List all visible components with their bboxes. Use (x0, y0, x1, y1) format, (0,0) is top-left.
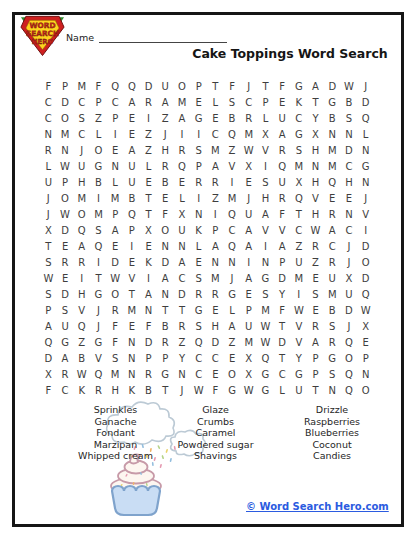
grid-cell: I (224, 174, 241, 190)
grid-cell: E (190, 255, 207, 271)
grid-cell: M (107, 190, 124, 206)
grid-cell: Q (341, 367, 358, 383)
grid-cell: Z (140, 126, 157, 142)
grid-cell: Z (157, 110, 174, 126)
grid-cell: O (357, 255, 374, 271)
grid-cell: P (190, 158, 207, 174)
grid-cell: E (124, 255, 141, 271)
grid-cell: C (274, 367, 291, 383)
footer-copyright-link[interactable]: © Word Search Hero.com (246, 501, 389, 512)
grid-cell: R (57, 255, 74, 271)
grid-cell: V (73, 303, 90, 319)
grid-cell: N (341, 206, 358, 222)
grid-cell: I (291, 287, 308, 303)
grid-cell: D (57, 287, 74, 303)
grid-cell: Q (107, 78, 124, 94)
grid-cell: I (73, 271, 90, 287)
grid-cell: G (224, 383, 241, 399)
grid-cell: P (90, 94, 107, 110)
grid-cell: E (107, 142, 124, 158)
grid-cell: R (174, 142, 191, 158)
grid-cell: Q (357, 287, 374, 303)
grid-cell: I (190, 126, 207, 142)
grid-cell: C (57, 383, 74, 399)
grid-cell: P (274, 255, 291, 271)
grid-cell: D (341, 303, 358, 319)
grid-cell: D (174, 287, 191, 303)
grid-cell: J (341, 319, 358, 335)
grid-cell: F (274, 303, 291, 319)
grid-cell: R (140, 367, 157, 383)
grid-cell: G (90, 158, 107, 174)
grid-cell: Q (90, 367, 107, 383)
grid-cell: Q (174, 158, 191, 174)
grid-cell: S (40, 255, 57, 271)
grid-cell: B (224, 110, 241, 126)
grid-cell: W (240, 142, 257, 158)
grid-cell: P (257, 94, 274, 110)
grid-cell: S (73, 110, 90, 126)
grid-cell: F (274, 78, 291, 94)
grid-cell: G (257, 367, 274, 383)
grid-cell: C (73, 94, 90, 110)
grid-cell: P (207, 222, 224, 238)
grid-cell: T (291, 206, 308, 222)
grid-cell: D (140, 78, 157, 94)
grid-cell: J (40, 190, 57, 206)
grid-cell: N (207, 255, 224, 271)
grid-cell: N (124, 335, 141, 351)
grid-cell: A (274, 126, 291, 142)
grid-cell: J (357, 190, 374, 206)
grid-cell: R (324, 335, 341, 351)
name-blank-line (99, 32, 227, 43)
grid-cell: O (57, 190, 74, 206)
grid-cell: L (40, 158, 57, 174)
grid-cell: C (190, 351, 207, 367)
grid-cell: Q (73, 222, 90, 238)
grid-cell: W (240, 383, 257, 399)
grid-cell: E (207, 367, 224, 383)
grid-cell: M (324, 158, 341, 174)
grid-cell: W (307, 222, 324, 238)
grid-cell: C (291, 110, 308, 126)
grid-cell: U (274, 110, 291, 126)
grid-cell: T (274, 351, 291, 367)
grid-cell: V (257, 142, 274, 158)
grid-cell: H (73, 174, 90, 190)
grid-cell: W (257, 319, 274, 335)
grid-cell: A (140, 287, 157, 303)
grid-cell: W (57, 158, 74, 174)
grid-cell: T (157, 383, 174, 399)
grid-cell: P (57, 78, 74, 94)
grid-cell: A (124, 142, 141, 158)
grid-cell: I (357, 222, 374, 238)
grid-cell: M (257, 303, 274, 319)
grid-cell: Q (324, 174, 341, 190)
grid-cell: U (124, 158, 141, 174)
grid-cell: G (357, 158, 374, 174)
grid-cell: E (224, 351, 241, 367)
grid-cell: T (307, 94, 324, 110)
grid-cell: M (207, 271, 224, 287)
grid-cell: M (240, 126, 257, 142)
grid-cell: I (207, 206, 224, 222)
grid-cell: P (140, 351, 157, 367)
grid-cell: E (357, 335, 374, 351)
grid-cell: I (90, 190, 107, 206)
grid-cell: C (341, 222, 358, 238)
grid-cell: P (307, 351, 324, 367)
grid-cell: H (307, 206, 324, 222)
grid-cell: J (240, 190, 257, 206)
grid-cell: L (174, 190, 191, 206)
grid-cell: M (207, 142, 224, 158)
grid-cell: Q (40, 335, 57, 351)
worksheet-page: WORD SEARCH HERO Name Cake Toppings Word… (0, 0, 416, 539)
grid-cell: B (90, 174, 107, 190)
grid-cell: H (107, 383, 124, 399)
letter-grid: FPMFQQDUOPTFJTFGADWJCDCPCARAMELSCPEKTGBD… (40, 78, 374, 399)
grid-cell: C (291, 222, 308, 238)
grid-cell: J (357, 78, 374, 94)
grid-cell: B (140, 383, 157, 399)
grid-cell: Z (291, 238, 308, 254)
grid-cell: P (357, 351, 374, 367)
grid-cell: U (40, 174, 57, 190)
grid-cell: T (40, 238, 57, 254)
grid-cell: S (190, 142, 207, 158)
grid-cell: S (257, 287, 274, 303)
grid-cell: E (57, 271, 74, 287)
grid-cell: N (140, 303, 157, 319)
word-list-item: Drizzle (256, 404, 408, 416)
grid-cell: A (73, 238, 90, 254)
word-list-column-3: DrizzleRaspberriesBlueberriesCoconutCand… (256, 404, 408, 462)
grid-cell: L (274, 383, 291, 399)
grid-cell: W (341, 78, 358, 94)
grid-cell: W (357, 303, 374, 319)
grid-cell: I (140, 110, 157, 126)
grid-cell: K (291, 94, 308, 110)
grid-cell: L (207, 94, 224, 110)
grid-cell: A (307, 78, 324, 94)
grid-cell: Q (257, 351, 274, 367)
grid-cell: X (174, 206, 191, 222)
grid-cell: R (90, 383, 107, 399)
grid-cell: C (40, 110, 57, 126)
grid-cell: Q (224, 238, 241, 254)
grid-cell: F (224, 78, 241, 94)
grid-cell: U (291, 255, 308, 271)
grid-cell: M (324, 287, 341, 303)
grid-cell: R (107, 303, 124, 319)
grid-cell: A (107, 222, 124, 238)
grid-cell: Q (124, 78, 141, 94)
grid-cell: J (40, 206, 57, 222)
grid-cell: G (291, 126, 308, 142)
grid-cell: P (240, 303, 257, 319)
grid-cell: A (207, 238, 224, 254)
grid-cell: E (140, 174, 157, 190)
grid-cell: B (324, 110, 341, 126)
grid-cell: J (90, 319, 107, 335)
grid-cell: N (157, 238, 174, 254)
grid-cell: Q (291, 190, 308, 206)
grid-cell: B (324, 303, 341, 319)
grid-cell: D (40, 351, 57, 367)
grid-cell: B (157, 319, 174, 335)
grid-cell: E (124, 110, 141, 126)
grid-cell: E (140, 238, 157, 254)
grid-cell: G (224, 287, 241, 303)
grid-cell: M (240, 335, 257, 351)
grid-cell: R (207, 287, 224, 303)
grid-cell: V (274, 222, 291, 238)
grid-cell: P (190, 78, 207, 94)
grid-cell: P (307, 367, 324, 383)
grid-cell: C (174, 271, 191, 287)
grid-cell: Q (90, 238, 107, 254)
grid-cell: U (341, 287, 358, 303)
grid-cell: K (124, 383, 141, 399)
grid-cell: X (140, 222, 157, 238)
grid-cell: G (90, 335, 107, 351)
grid-cell: P (57, 174, 74, 190)
cupcake-cup (112, 486, 160, 515)
grid-cell: N (40, 126, 57, 142)
grid-cell: N (341, 126, 358, 142)
grid-cell: P (40, 303, 57, 319)
grid-cell: R (157, 335, 174, 351)
grid-cell: M (324, 142, 341, 158)
grid-cell: N (124, 351, 141, 367)
grid-cell: J (224, 271, 241, 287)
grid-cell: Y (274, 287, 291, 303)
grid-cell: A (174, 255, 191, 271)
grid-cell: Z (307, 255, 324, 271)
grid-cell: O (174, 78, 191, 94)
grid-cell: E (274, 94, 291, 110)
grid-cell: D (207, 335, 224, 351)
grid-cell: N (257, 255, 274, 271)
grid-cell: B (73, 351, 90, 367)
grid-cell: O (157, 222, 174, 238)
grid-cell: E (240, 174, 257, 190)
grid-cell: Z (207, 190, 224, 206)
grid-cell: C (240, 94, 257, 110)
grid-cell: I (190, 190, 207, 206)
grid-cell: N (307, 158, 324, 174)
grid-cell: H (207, 319, 224, 335)
grid-cell: L (190, 238, 207, 254)
grid-cell: P (124, 222, 141, 238)
grid-cell: G (291, 78, 308, 94)
grid-cell: R (307, 319, 324, 335)
grid-cell: E (157, 190, 174, 206)
grid-cell: Z (73, 335, 90, 351)
grid-cell: V (90, 351, 107, 367)
grid-cell: X (357, 319, 374, 335)
grid-cell: A (307, 335, 324, 351)
grid-cell: U (291, 383, 308, 399)
grid-cell: Q (341, 335, 358, 351)
grid-cell: V (291, 335, 308, 351)
grid-cell: Q (124, 206, 141, 222)
grid-cell: C (107, 94, 124, 110)
word-list-item: Blueberries (256, 427, 408, 439)
grid-cell: D (140, 335, 157, 351)
grid-cell: S (257, 174, 274, 190)
grid-cell: Q (274, 158, 291, 174)
grid-cell: X (240, 351, 257, 367)
grid-cell: A (124, 94, 141, 110)
grid-cell: D (357, 271, 374, 287)
grid-cell: J (90, 303, 107, 319)
grid-cell: I (124, 238, 141, 254)
grid-cell: E (57, 238, 74, 254)
grid-cell: B (157, 174, 174, 190)
grid-cell: Z (224, 142, 241, 158)
grid-cell: X (291, 174, 308, 190)
grid-cell: C (40, 94, 57, 110)
grid-cell: A (174, 110, 191, 126)
grid-cell: E (124, 319, 141, 335)
grid-cell: N (157, 287, 174, 303)
grid-cell: W (291, 303, 308, 319)
grid-cell: U (324, 271, 341, 287)
grid-cell: N (190, 206, 207, 222)
grid-cell: E (240, 287, 257, 303)
grid-cell: S (90, 222, 107, 238)
grid-cell: L (107, 174, 124, 190)
grid-cell: P (107, 206, 124, 222)
grid-cell: U (240, 206, 257, 222)
name-row: Name (66, 32, 227, 43)
grid-cell: D (274, 271, 291, 287)
grid-cell: R (140, 94, 157, 110)
grid-cell: H (157, 142, 174, 158)
grid-cell: M (174, 94, 191, 110)
grid-cell: D (324, 78, 341, 94)
grid-cell: S (324, 319, 341, 335)
grid-cell: A (207, 158, 224, 174)
grid-cell: O (224, 367, 241, 383)
grid-cell: T (174, 303, 191, 319)
grid-cell: M (90, 206, 107, 222)
grid-cell: S (190, 271, 207, 287)
grid-cell: C (207, 126, 224, 142)
grid-cell: T (157, 303, 174, 319)
grid-cell: F (207, 383, 224, 399)
grid-cell: X (341, 271, 358, 287)
grid-cell: W (107, 271, 124, 287)
grid-cell: D (341, 142, 358, 158)
grid-cell: O (73, 206, 90, 222)
grid-cell: X (40, 222, 57, 238)
grid-cell: Q (341, 383, 358, 399)
grid-cell: R (40, 142, 57, 158)
grid-cell: T (257, 78, 274, 94)
grid-cell: Q (190, 335, 207, 351)
grid-cell: Y (307, 110, 324, 126)
grid-cell: V (257, 222, 274, 238)
grid-cell: F (40, 383, 57, 399)
grid-cell: K (140, 255, 157, 271)
grid-cell: O (341, 351, 358, 367)
grid-cell: V (307, 190, 324, 206)
grid-cell: U (274, 174, 291, 190)
grid-cell: G (291, 367, 308, 383)
grid-cell: W (257, 335, 274, 351)
grid-cell: C (190, 367, 207, 383)
grid-cell: C (341, 158, 358, 174)
grid-cell: V (124, 271, 141, 287)
grid-cell: C (207, 351, 224, 367)
grid-cell: O (107, 287, 124, 303)
grid-cell: J (174, 383, 191, 399)
grid-cell: R (157, 158, 174, 174)
grid-cell: A (40, 319, 57, 335)
grid-cell: G (190, 303, 207, 319)
grid-cell: N (357, 142, 374, 158)
grid-cell: Q (224, 206, 241, 222)
grid-cell: E (207, 303, 224, 319)
grid-cell: W (73, 367, 90, 383)
word-search-hero-logo: WORD SEARCH HERO (19, 9, 66, 58)
grid-cell: A (274, 238, 291, 254)
grid-cell: A (240, 238, 257, 254)
grid-cell: S (190, 319, 207, 335)
name-label: Name (66, 32, 94, 43)
grid-cell: S (324, 367, 341, 383)
grid-cell: C (324, 238, 341, 254)
grid-cell: M (124, 303, 141, 319)
grid-cell: E (307, 303, 324, 319)
grid-cell: Z (140, 142, 157, 158)
grid-cell: W (57, 206, 74, 222)
grid-cell: I (90, 255, 107, 271)
grid-cell: H (307, 142, 324, 158)
grid-cell: Q (357, 110, 374, 126)
grid-cell: R (324, 255, 341, 271)
grid-cell: V (357, 206, 374, 222)
grid-cell: H (341, 174, 358, 190)
grid-cell: Q (224, 126, 241, 142)
grid-cell: N (324, 126, 341, 142)
grid-cell: X (240, 158, 257, 174)
grid-cell: U (57, 319, 74, 335)
grid-cell: L (90, 126, 107, 142)
grid-cell: F (274, 206, 291, 222)
grid-cell: D (357, 94, 374, 110)
grid-cell: Z (174, 335, 191, 351)
grid-cell: F (107, 319, 124, 335)
grid-cell: D (157, 255, 174, 271)
grid-cell: V (291, 319, 308, 335)
grid-cell: G (157, 367, 174, 383)
grid-cell: W (40, 271, 57, 287)
grid-cell: R (274, 142, 291, 158)
grid-cell: H (73, 287, 90, 303)
grid-cell: U (157, 78, 174, 94)
grid-cell: X (240, 367, 257, 383)
grid-cell: P (157, 351, 174, 367)
grid-cell: G (257, 271, 274, 287)
grid-cell: E (124, 126, 141, 142)
grid-cell: S (107, 351, 124, 367)
